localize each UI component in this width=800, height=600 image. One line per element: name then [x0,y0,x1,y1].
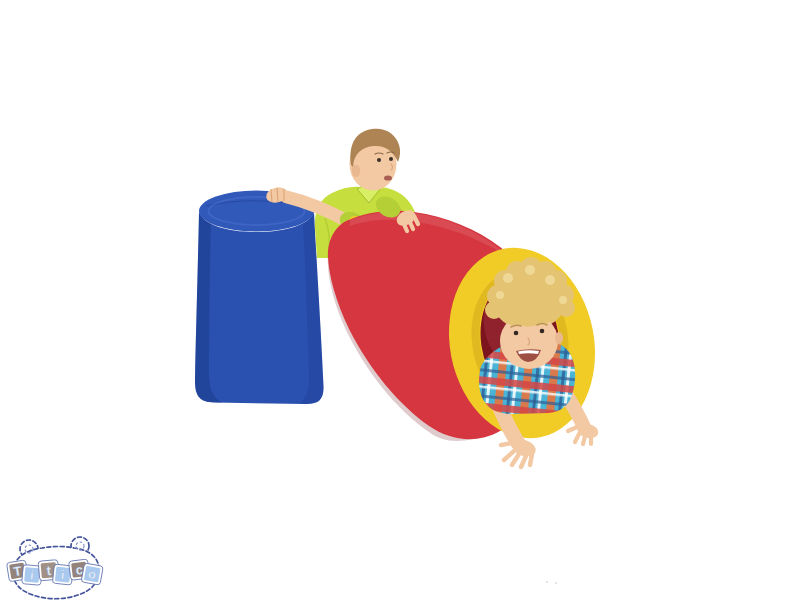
red-foam-tunnel [328,211,611,451]
toddler-ear [352,165,360,177]
logo-tile-6: o [81,563,103,585]
boy-ear [555,332,563,344]
blue-foam-cylinder [195,191,324,405]
toddler-eye-left [377,158,381,162]
toddler-eye-right [389,157,393,161]
boy-eye-left [514,331,519,336]
faint-watermark-artifact [546,581,560,586]
product-photo: T i t i c o [0,0,800,600]
soft-play-scene: T i t i c o [0,0,800,600]
titico-logo: T i t i c o [7,537,104,599]
toddler-mouth [384,175,392,180]
boy-eye-right [540,329,545,334]
